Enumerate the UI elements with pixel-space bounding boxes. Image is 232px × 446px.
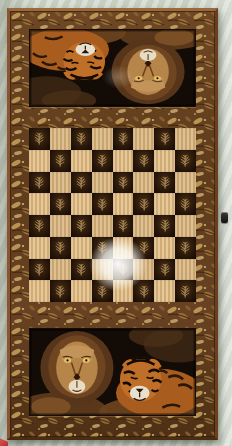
board-cell (175, 193, 196, 215)
board-cell (29, 237, 50, 259)
board-cell (154, 280, 175, 302)
lion-tiger-artwork (30, 329, 195, 415)
board-cell (154, 193, 175, 215)
board-cell (92, 259, 113, 281)
fern-leaf-motif (31, 130, 47, 147)
board-cell (71, 128, 92, 150)
board-cell (154, 150, 175, 172)
fern-leaf-motif (177, 239, 193, 256)
board-cell (133, 280, 154, 302)
board-cell (133, 172, 154, 194)
fern-leaf-motif (136, 239, 152, 256)
board-cell (71, 237, 92, 259)
fern-leaf-motif (52, 283, 68, 300)
board-cell (50, 150, 71, 172)
top-picture-panel (29, 29, 196, 107)
board-cell (50, 280, 71, 302)
fern-leaf-motif (94, 283, 110, 300)
board-cell (50, 237, 71, 259)
board-cell (175, 150, 196, 172)
fern-leaf-motif (94, 196, 110, 213)
board-cell (113, 150, 134, 172)
fern-leaf-motif (157, 174, 173, 191)
fern-leaf-motif (177, 283, 193, 300)
fern-leaf-motif (115, 217, 131, 234)
board-cell (154, 215, 175, 237)
fern-leaf-motif (136, 152, 152, 169)
fern-leaf-motif (52, 152, 68, 169)
board-cell (133, 128, 154, 150)
fern-leaf-motif (115, 130, 131, 147)
fern-leaf-motif (31, 217, 47, 234)
board-cell (92, 193, 113, 215)
board-cell (29, 150, 50, 172)
board-cell (29, 172, 50, 194)
board-cell (29, 280, 50, 302)
fern-leaf-motif (157, 217, 173, 234)
board-cell (71, 215, 92, 237)
board-cell (71, 259, 92, 281)
bottom-picture-panel (29, 328, 196, 416)
board-cell (175, 128, 196, 150)
fern-leaf-motif (31, 174, 47, 191)
board-cell (29, 215, 50, 237)
fern-leaf-motif (115, 261, 131, 278)
board-cell (71, 150, 92, 172)
checkerboard (29, 128, 196, 302)
fern-leaf-motif (115, 174, 131, 191)
board-cell (29, 128, 50, 150)
fern-leaf-motif (73, 217, 89, 234)
board-cell (92, 215, 113, 237)
board-cell (50, 128, 71, 150)
lion-tiger-artwork-rotated (30, 30, 195, 106)
metal-clasp (221, 212, 228, 223)
fern-leaf-motif (94, 152, 110, 169)
board-cell (113, 172, 134, 194)
board-cell (154, 237, 175, 259)
fern-leaf-motif (136, 196, 152, 213)
board-cell (71, 172, 92, 194)
board-cell (71, 193, 92, 215)
board-cell (92, 280, 113, 302)
board-cell (92, 128, 113, 150)
board-cell (133, 237, 154, 259)
board-cell (113, 259, 134, 281)
board-cell (175, 280, 196, 302)
fern-leaf-motif (52, 196, 68, 213)
board-cell (29, 193, 50, 215)
board-cell (175, 172, 196, 194)
board-cell (133, 215, 154, 237)
photo-background (0, 0, 232, 446)
board-cell (113, 280, 134, 302)
board-cell (175, 215, 196, 237)
fern-leaf-motif (177, 196, 193, 213)
fern-leaf-motif (136, 283, 152, 300)
board-cell (113, 215, 134, 237)
fern-leaf-motif (94, 239, 110, 256)
fern-leaf-motif (73, 130, 89, 147)
fern-leaf-motif (157, 130, 173, 147)
board-cell (92, 172, 113, 194)
board-cell (154, 259, 175, 281)
board-face (10, 11, 215, 437)
board-cell (50, 172, 71, 194)
board-cell (92, 150, 113, 172)
board-cell (113, 237, 134, 259)
board-cell (133, 150, 154, 172)
board-cell (71, 280, 92, 302)
fern-leaf-motif (52, 239, 68, 256)
board-cell (50, 259, 71, 281)
board-cell (154, 128, 175, 150)
board-cell (154, 172, 175, 194)
fern-leaf-motif (31, 261, 47, 278)
fern-leaf-motif (73, 261, 89, 278)
carved-wooden-board-box (7, 8, 218, 440)
board-cell (29, 259, 50, 281)
board-cell (113, 128, 134, 150)
board-cell (50, 193, 71, 215)
fern-leaf-motif (157, 261, 173, 278)
fern-leaf-motif (177, 152, 193, 169)
fern-leaf-motif (73, 174, 89, 191)
board-cell (50, 215, 71, 237)
board-cell (175, 237, 196, 259)
board-cell (175, 259, 196, 281)
board-cell (133, 259, 154, 281)
board-cell (92, 237, 113, 259)
board-cell (133, 193, 154, 215)
board-cell (113, 193, 134, 215)
